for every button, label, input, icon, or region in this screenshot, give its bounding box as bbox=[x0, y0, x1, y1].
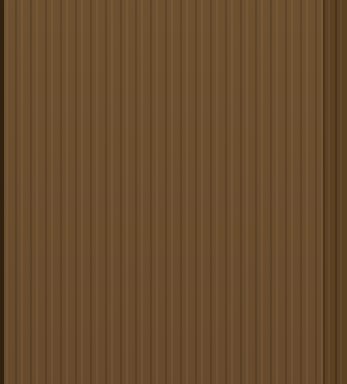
wood-background-left bbox=[0, 0, 4, 384]
wood-background-right bbox=[323, 0, 347, 384]
xiangqi-app-screen: 楚河 漢界 www.pHome.NET 将車兵炮兵兵帅卒 bbox=[0, 0, 347, 384]
board-surface bbox=[4, 35, 324, 384]
